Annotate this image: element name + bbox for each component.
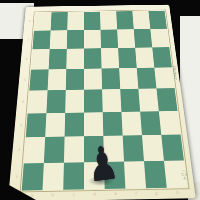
square-d4[interactable] [84, 89, 103, 112]
square-g2[interactable] [142, 135, 164, 161]
square-b2[interactable] [44, 137, 65, 163]
square-g4[interactable] [138, 88, 158, 111]
square-a7[interactable] [33, 30, 51, 49]
square-a5[interactable] [29, 69, 48, 91]
square-c4[interactable] [65, 90, 84, 113]
square-c2[interactable] [64, 136, 84, 162]
rank-label: 5 [24, 78, 27, 81]
square-d5[interactable] [84, 68, 102, 89]
square-f2[interactable] [123, 135, 144, 161]
file-label: c [73, 192, 76, 197]
square-c7[interactable] [67, 30, 84, 49]
file-label: b [51, 193, 54, 198]
square-c8[interactable] [67, 12, 84, 30]
square-g6[interactable] [135, 47, 154, 67]
square-h2[interactable] [161, 134, 184, 160]
square-f8[interactable] [116, 11, 134, 29]
square-a3[interactable] [26, 113, 47, 137]
square-d8[interactable] [84, 12, 101, 30]
square-e4[interactable] [102, 89, 121, 112]
file-label: a [30, 193, 33, 198]
square-g7[interactable] [134, 29, 153, 48]
square-h7[interactable] [150, 28, 169, 47]
square-a6[interactable] [31, 49, 50, 69]
file-label: f [135, 191, 137, 196]
square-f6[interactable] [118, 48, 137, 68]
brand-edge-text: Quiver [172, 65, 179, 79]
square-h4[interactable] [156, 88, 177, 111]
square-h6[interactable] [152, 47, 172, 67]
rank-label: 4 [22, 100, 25, 104]
square-d7[interactable] [84, 29, 101, 48]
rank-label: 8 [29, 20, 31, 23]
rank-label: 6 [25, 58, 28, 61]
rank-label: 3 [20, 123, 23, 127]
rank-label: 1 [15, 174, 18, 178]
square-b3[interactable] [45, 113, 65, 137]
file-label: e [114, 191, 117, 196]
mat-speckles [26, 7, 27, 8]
square-e6[interactable] [101, 48, 119, 68]
square-e5[interactable] [102, 68, 121, 89]
square-a1[interactable] [22, 163, 44, 191]
square-f1[interactable] [124, 161, 146, 189]
square-d6[interactable] [84, 48, 102, 68]
square-a8[interactable] [34, 12, 52, 30]
square-h3[interactable] [159, 111, 181, 135]
square-b1[interactable] [42, 162, 63, 190]
maker-logo: ♘ ♖♗ ♙ [177, 170, 191, 181]
square-a2[interactable] [24, 137, 45, 163]
rank-label: 7 [27, 38, 30, 41]
square-e7[interactable] [101, 29, 119, 48]
board-photo: 87654321 abcdefgh Quiver ♘ ♖♗ ♙ ♟ [0, 0, 200, 200]
square-c1[interactable] [63, 162, 84, 190]
rank-label: 2 [18, 148, 21, 152]
square-d3[interactable] [84, 112, 103, 136]
square-b7[interactable] [50, 30, 68, 49]
square-c5[interactable] [66, 68, 84, 89]
square-g8[interactable] [132, 11, 150, 29]
file-label: d [93, 192, 96, 197]
square-f4[interactable] [120, 89, 140, 112]
maker-logo-row: ♙ [178, 177, 191, 181]
file-label: g [155, 191, 158, 196]
square-g3[interactable] [140, 111, 161, 135]
square-c3[interactable] [65, 112, 84, 136]
black-pawn[interactable]: ♟ [85, 139, 121, 188]
square-f7[interactable] [117, 29, 135, 48]
square-b6[interactable] [49, 49, 67, 69]
square-b8[interactable] [51, 12, 68, 30]
square-e3[interactable] [103, 112, 123, 136]
square-b4[interactable] [46, 90, 65, 113]
square-b5[interactable] [48, 69, 67, 91]
square-g5[interactable] [137, 67, 157, 88]
square-a4[interactable] [28, 90, 48, 113]
file-label: h [176, 190, 179, 195]
square-g1[interactable] [144, 160, 167, 188]
square-c6[interactable] [66, 49, 84, 69]
square-e8[interactable] [100, 11, 117, 29]
square-f5[interactable] [119, 68, 138, 89]
square-h8[interactable] [148, 11, 166, 29]
square-f3[interactable] [121, 111, 142, 135]
